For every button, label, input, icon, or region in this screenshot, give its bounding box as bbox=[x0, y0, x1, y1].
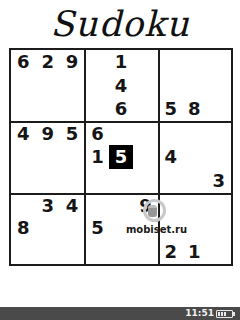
cell-r9c1[interactable] bbox=[11, 240, 35, 264]
battery-segment bbox=[218, 312, 220, 316]
cell-r9c8[interactable]: 1 bbox=[182, 240, 206, 264]
cell-r6c8[interactable] bbox=[182, 169, 206, 193]
cell-r2c5[interactable]: 4 bbox=[109, 74, 133, 98]
cell-r6c1[interactable] bbox=[11, 169, 35, 193]
cell-r9c2[interactable] bbox=[35, 240, 59, 264]
cell-r7c9[interactable] bbox=[207, 193, 231, 217]
cell-r6c7[interactable] bbox=[158, 169, 182, 193]
cell-r4c9[interactable] bbox=[207, 121, 231, 145]
cell-r3c7[interactable]: 5 bbox=[158, 98, 182, 122]
cell-r5c5[interactable]: 5 bbox=[109, 145, 133, 169]
cell-r4c3[interactable]: 5 bbox=[60, 121, 84, 145]
cell-r8c4[interactable]: 5 bbox=[84, 216, 108, 240]
cell-r3c8[interactable]: 8 bbox=[182, 98, 206, 122]
page-title: Sudoku bbox=[0, 0, 240, 48]
cell-r2c9[interactable] bbox=[207, 74, 231, 98]
cell-r3c3[interactable] bbox=[60, 98, 84, 122]
battery-nub bbox=[233, 312, 235, 316]
cell-r5c2[interactable] bbox=[35, 145, 59, 169]
cell-r1c9[interactable] bbox=[207, 50, 231, 74]
cell-r6c2[interactable] bbox=[35, 169, 59, 193]
cell-r6c3[interactable] bbox=[60, 169, 84, 193]
cell-r7c1[interactable] bbox=[11, 193, 35, 217]
cell-r8c3[interactable] bbox=[60, 216, 84, 240]
cell-r5c3[interactable] bbox=[60, 145, 84, 169]
cell-r1c3[interactable]: 9 bbox=[60, 50, 84, 74]
cell-r9c4[interactable] bbox=[84, 240, 108, 264]
cell-r2c6[interactable] bbox=[133, 74, 157, 98]
cell-r7c8[interactable] bbox=[182, 193, 206, 217]
cell-r8c1[interactable]: 8 bbox=[11, 216, 35, 240]
cell-r4c2[interactable]: 9 bbox=[35, 121, 59, 145]
cell-r6c5[interactable] bbox=[109, 169, 133, 193]
cell-r2c4[interactable] bbox=[84, 74, 108, 98]
cell-r1c1[interactable]: 6 bbox=[11, 50, 35, 74]
cell-r5c1[interactable] bbox=[11, 145, 35, 169]
cell-r1c6[interactable] bbox=[133, 50, 157, 74]
cell-r4c8[interactable] bbox=[182, 121, 206, 145]
cell-r4c6[interactable] bbox=[133, 121, 157, 145]
cell-r6c6[interactable] bbox=[133, 169, 157, 193]
cell-r3c9[interactable] bbox=[207, 98, 231, 122]
cell-r3c4[interactable] bbox=[84, 98, 108, 122]
watermark-logo-knob-icon bbox=[148, 205, 157, 217]
cell-r5c4[interactable]: 1 bbox=[84, 145, 108, 169]
cell-r9c5[interactable] bbox=[109, 240, 133, 264]
cell-r3c5[interactable]: 6 bbox=[109, 98, 133, 122]
cell-r7c3[interactable]: 4 bbox=[60, 193, 84, 217]
cell-r4c4[interactable]: 6 bbox=[84, 121, 108, 145]
cell-r2c7[interactable] bbox=[158, 74, 182, 98]
cell-r9c7[interactable]: 2 bbox=[158, 240, 182, 264]
cell-r9c9[interactable] bbox=[207, 240, 231, 264]
cell-r5c7[interactable]: 4 bbox=[158, 145, 182, 169]
cell-r2c2[interactable] bbox=[35, 74, 59, 98]
cell-r9c6[interactable] bbox=[133, 240, 157, 264]
cell-r2c8[interactable] bbox=[182, 74, 206, 98]
status-bar: 11:51 bbox=[0, 307, 240, 320]
cell-r2c1[interactable] bbox=[11, 74, 35, 98]
cell-r8c2[interactable] bbox=[35, 216, 59, 240]
battery-segment bbox=[221, 312, 223, 316]
cell-r6c4[interactable] bbox=[84, 169, 108, 193]
cell-r3c1[interactable] bbox=[11, 98, 35, 122]
cell-r7c5[interactable] bbox=[109, 193, 133, 217]
cell-r3c2[interactable] bbox=[35, 98, 59, 122]
cell-r5c6[interactable] bbox=[133, 145, 157, 169]
cell-r6c9[interactable]: 3 bbox=[207, 169, 231, 193]
cell-r1c5[interactable]: 1 bbox=[109, 50, 133, 74]
cell-r1c8[interactable] bbox=[182, 50, 206, 74]
cell-r3c6[interactable] bbox=[133, 98, 157, 122]
cell-r4c1[interactable]: 4 bbox=[11, 121, 35, 145]
cell-r1c2[interactable]: 2 bbox=[35, 50, 59, 74]
cell-r7c4[interactable] bbox=[84, 193, 108, 217]
cell-r4c7[interactable] bbox=[158, 121, 182, 145]
battery-icon bbox=[216, 310, 233, 318]
cell-r7c2[interactable]: 3 bbox=[35, 193, 59, 217]
cell-r8c9[interactable] bbox=[207, 216, 231, 240]
cell-r4c5[interactable] bbox=[109, 121, 133, 145]
cell-r2c3[interactable] bbox=[60, 74, 84, 98]
battery-segment bbox=[224, 312, 226, 316]
watermark-text: mobiset.ru bbox=[118, 224, 195, 237]
cell-r5c8[interactable] bbox=[182, 145, 206, 169]
clock: 11:51 bbox=[185, 309, 214, 318]
cell-r1c4[interactable] bbox=[84, 50, 108, 74]
cell-r5c9[interactable] bbox=[207, 145, 231, 169]
cell-r9c3[interactable] bbox=[60, 240, 84, 264]
cell-r1c7[interactable] bbox=[158, 50, 182, 74]
